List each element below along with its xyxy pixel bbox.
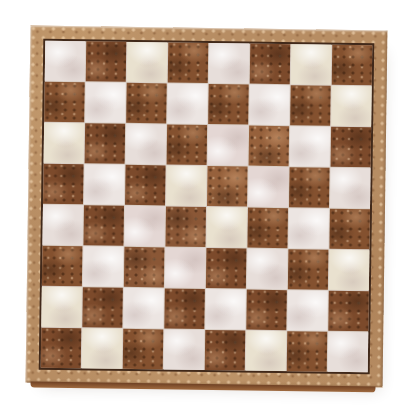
square-b8 [86, 41, 127, 82]
square-b6 [85, 123, 126, 164]
square-a4 [42, 205, 83, 246]
square-h8 [332, 45, 373, 86]
square-c7 [126, 83, 167, 124]
square-g3 [288, 249, 329, 290]
square-f7 [249, 85, 290, 126]
square-g4 [288, 208, 329, 249]
square-d5 [166, 165, 207, 206]
square-e6 [208, 125, 249, 166]
product-photo [0, 0, 416, 416]
square-f4 [247, 208, 288, 249]
square-c4 [124, 206, 165, 247]
square-c1 [123, 329, 164, 370]
square-b1 [82, 328, 123, 369]
square-f6 [249, 126, 290, 167]
square-e3 [206, 248, 247, 289]
square-c6 [126, 124, 167, 165]
square-h6 [331, 127, 372, 168]
square-a2 [41, 287, 82, 328]
board-frame [26, 26, 388, 388]
square-f3 [247, 249, 288, 290]
square-b4 [83, 205, 124, 246]
square-g7 [290, 85, 331, 126]
square-d3 [165, 247, 206, 288]
square-h7 [331, 86, 372, 127]
square-a1 [41, 328, 82, 369]
square-d4 [165, 206, 206, 247]
square-b2 [82, 287, 123, 328]
square-e2 [205, 289, 246, 330]
square-b7 [85, 82, 126, 123]
square-e5 [207, 166, 248, 207]
square-a3 [42, 246, 83, 287]
square-b3 [83, 246, 124, 287]
square-e1 [205, 330, 246, 371]
square-h3 [329, 250, 370, 291]
board-squares-grid [41, 41, 373, 373]
square-g5 [289, 167, 330, 208]
square-e8 [209, 43, 250, 84]
square-g2 [287, 290, 328, 331]
square-c5 [125, 165, 166, 206]
square-g8 [291, 44, 332, 85]
square-c3 [124, 247, 165, 288]
square-d1 [164, 329, 205, 370]
square-h4 [329, 209, 370, 250]
square-a6 [44, 123, 85, 164]
square-b5 [84, 164, 125, 205]
square-f1 [246, 331, 287, 372]
square-c8 [127, 42, 168, 83]
square-g1 [287, 331, 328, 372]
square-f2 [246, 290, 287, 331]
board-trim-line [39, 39, 375, 375]
square-d7 [167, 83, 208, 124]
square-e7 [208, 84, 249, 125]
square-f8 [250, 44, 291, 85]
square-h1 [328, 332, 369, 373]
square-a7 [44, 82, 85, 123]
chess-board [26, 26, 388, 388]
square-c2 [123, 288, 164, 329]
square-f5 [248, 167, 289, 208]
square-a8 [45, 41, 86, 82]
square-e4 [206, 207, 247, 248]
square-d2 [164, 288, 205, 329]
square-d6 [167, 124, 208, 165]
square-g6 [290, 126, 331, 167]
square-h2 [328, 291, 369, 332]
square-d8 [168, 42, 209, 83]
square-a5 [43, 164, 84, 205]
square-h5 [330, 168, 371, 209]
